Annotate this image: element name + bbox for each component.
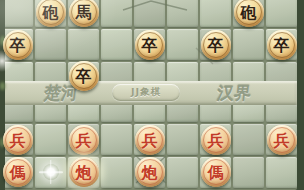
board-tile[interactable] bbox=[167, 157, 198, 188]
board-tile[interactable] bbox=[134, 104, 165, 122]
board-tile[interactable] bbox=[167, 104, 198, 122]
piece-glyph: 卒 bbox=[208, 37, 224, 53]
piece-red-cannon[interactable]: 炮 bbox=[135, 157, 165, 187]
board-tile[interactable] bbox=[101, 29, 132, 60]
board-tile[interactable] bbox=[266, 104, 297, 122]
app-logo-text: JJ象棋 bbox=[131, 86, 161, 99]
board-tile[interactable] bbox=[266, 0, 297, 27]
piece-glyph: 炮 bbox=[142, 165, 158, 181]
piece-red-soldier[interactable]: 兵 bbox=[135, 125, 165, 155]
piece-glyph: 兵 bbox=[76, 132, 92, 148]
board-tile[interactable] bbox=[167, 0, 198, 27]
piece-glyph: 兵 bbox=[274, 132, 290, 148]
piece-glyph: 卒 bbox=[274, 37, 290, 53]
piece-glyph: 卒 bbox=[10, 37, 26, 53]
board-tile[interactable] bbox=[68, 104, 99, 122]
piece-red-soldier[interactable]: 兵 bbox=[3, 125, 33, 155]
piece-glyph: 炮 bbox=[76, 165, 92, 181]
app-logo-badge: JJ象棋 bbox=[112, 84, 180, 101]
board-tile[interactable] bbox=[233, 29, 264, 60]
board-tile[interactable] bbox=[68, 29, 99, 60]
piece-black-soldier[interactable]: 卒 bbox=[69, 61, 99, 91]
piece-glyph: 馬 bbox=[76, 4, 92, 20]
board-left-border bbox=[0, 0, 5, 190]
river-text-han-jie: 汉界 bbox=[216, 81, 263, 105]
piece-red-soldier[interactable]: 兵 bbox=[69, 125, 99, 155]
board-tile[interactable] bbox=[35, 104, 66, 122]
board-tile[interactable] bbox=[167, 124, 198, 155]
piece-glyph: 兵 bbox=[142, 132, 158, 148]
river-band: 楚河 JJ象棋 汉界 bbox=[2, 81, 297, 105]
piece-glyph: 傌 bbox=[208, 165, 224, 181]
piece-red-horse[interactable]: 傌 bbox=[3, 157, 33, 187]
board-tile[interactable] bbox=[134, 0, 165, 27]
board-tile[interactable] bbox=[233, 104, 264, 122]
piece-glyph: 卒 bbox=[142, 37, 158, 53]
piece-black-horse[interactable]: 馬 bbox=[69, 0, 99, 27]
board-tile[interactable] bbox=[233, 124, 264, 155]
piece-black-cannon[interactable]: 砲 bbox=[234, 0, 264, 27]
piece-red-soldier[interactable]: 兵 bbox=[267, 125, 297, 155]
board-tile[interactable] bbox=[2, 104, 33, 122]
piece-black-soldier[interactable]: 卒 bbox=[267, 30, 297, 60]
piece-red-soldier[interactable]: 兵 bbox=[201, 125, 231, 155]
piece-black-soldier[interactable]: 卒 bbox=[3, 30, 33, 60]
river-char: 汉界 bbox=[216, 82, 253, 105]
board-tile[interactable] bbox=[101, 157, 132, 188]
board-tile[interactable] bbox=[200, 104, 231, 122]
move-origin-marker bbox=[43, 164, 59, 180]
board-tile[interactable] bbox=[200, 0, 231, 27]
piece-red-horse[interactable]: 傌 bbox=[201, 157, 231, 187]
piece-black-cannon[interactable]: 砲 bbox=[36, 0, 66, 27]
board-tile[interactable] bbox=[101, 0, 132, 27]
piece-glyph: 兵 bbox=[10, 132, 26, 148]
board-tile[interactable] bbox=[233, 157, 264, 188]
piece-glyph: 砲 bbox=[241, 4, 257, 20]
moss-decor bbox=[0, 82, 5, 90]
xiangqi-board-screen: 楚河 JJ象棋 汉界 砲馬砲卒卒卒卒卒兵兵兵兵兵傌炮炮傌 bbox=[0, 0, 304, 190]
piece-black-soldier[interactable]: 卒 bbox=[135, 30, 165, 60]
board-right-border bbox=[297, 0, 304, 190]
board-tile[interactable] bbox=[266, 157, 297, 188]
board-tile[interactable] bbox=[167, 29, 198, 60]
board-tile[interactable] bbox=[2, 0, 33, 27]
board-tile[interactable] bbox=[101, 124, 132, 155]
piece-red-cannon[interactable]: 炮 bbox=[69, 157, 99, 187]
board-tile[interactable] bbox=[101, 104, 132, 122]
piece-glyph: 兵 bbox=[208, 132, 224, 148]
piece-glyph: 傌 bbox=[10, 165, 26, 181]
piece-black-soldier[interactable]: 卒 bbox=[201, 30, 231, 60]
board-tile[interactable] bbox=[35, 29, 66, 60]
piece-glyph: 卒 bbox=[76, 69, 92, 85]
board-tile[interactable] bbox=[35, 124, 66, 155]
piece-glyph: 砲 bbox=[43, 4, 59, 20]
